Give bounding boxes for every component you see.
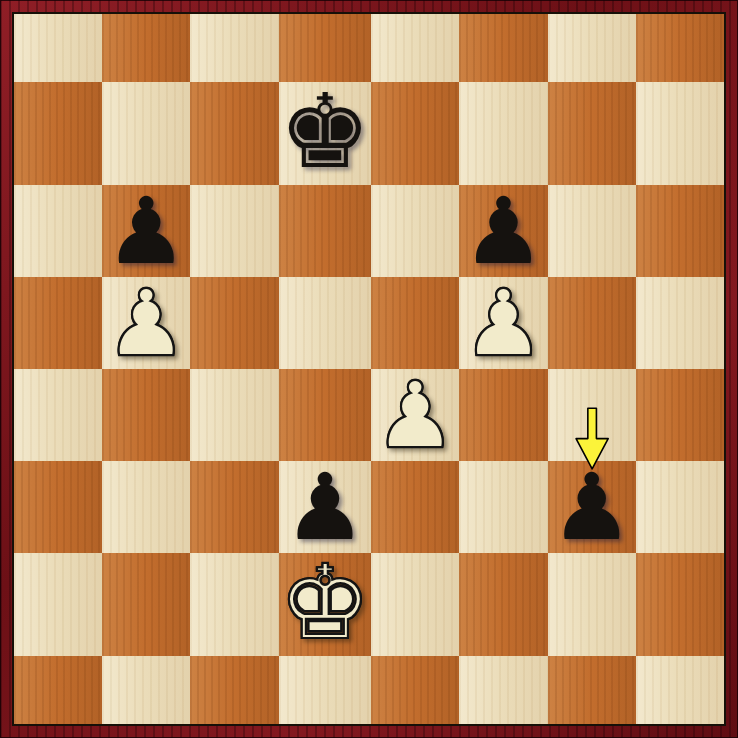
square-c2[interactable] (190, 553, 278, 656)
square-a5[interactable] (14, 277, 102, 369)
square-f2[interactable] (459, 553, 547, 656)
square-c8[interactable] (190, 14, 278, 82)
square-a4[interactable] (14, 369, 102, 461)
square-c6[interactable] (190, 185, 278, 277)
square-f7[interactable] (459, 82, 547, 185)
square-c7[interactable] (190, 82, 278, 185)
square-b6[interactable]: ♟ (102, 185, 190, 277)
square-g2[interactable] (548, 553, 636, 656)
square-e6[interactable] (371, 185, 459, 277)
white-pawn[interactable]: ♟ (105, 278, 187, 370)
square-f5[interactable]: ♟ (459, 277, 547, 369)
square-b8[interactable] (102, 14, 190, 82)
square-e1[interactable] (371, 656, 459, 724)
square-d5[interactable] (279, 277, 371, 369)
square-a2[interactable] (14, 553, 102, 656)
square-f3[interactable] (459, 461, 547, 553)
square-g6[interactable] (548, 185, 636, 277)
square-g8[interactable] (548, 14, 636, 82)
square-g7[interactable] (548, 82, 636, 185)
black-pawn[interactable]: ♟ (105, 186, 187, 278)
square-d2[interactable]: ♚ (279, 553, 371, 656)
square-g4[interactable] (548, 369, 636, 461)
black-pawn[interactable]: ♟ (550, 462, 632, 554)
square-e7[interactable] (371, 82, 459, 185)
white-pawn[interactable]: ♟ (462, 278, 544, 370)
square-g1[interactable] (548, 656, 636, 724)
square-c4[interactable] (190, 369, 278, 461)
square-e3[interactable] (371, 461, 459, 553)
black-pawn[interactable]: ♟ (284, 462, 366, 554)
black-pawn[interactable]: ♟ (462, 186, 544, 278)
square-f4[interactable] (459, 369, 547, 461)
square-h8[interactable] (636, 14, 724, 82)
square-h3[interactable] (636, 461, 724, 553)
white-king[interactable]: ♚ (279, 551, 371, 654)
square-h5[interactable] (636, 277, 724, 369)
square-b5[interactable]: ♟ (102, 277, 190, 369)
square-c3[interactable] (190, 461, 278, 553)
square-d4[interactable] (279, 369, 371, 461)
square-g3[interactable]: ♟ (548, 461, 636, 553)
square-e5[interactable] (371, 277, 459, 369)
square-h4[interactable] (636, 369, 724, 461)
square-h7[interactable] (636, 82, 724, 185)
square-b2[interactable] (102, 553, 190, 656)
square-d3[interactable]: ♟ (279, 461, 371, 553)
square-b7[interactable] (102, 82, 190, 185)
square-a6[interactable] (14, 185, 102, 277)
square-c1[interactable] (190, 656, 278, 724)
square-d6[interactable] (279, 185, 371, 277)
square-a8[interactable] (14, 14, 102, 82)
square-a1[interactable] (14, 656, 102, 724)
square-e2[interactable] (371, 553, 459, 656)
square-h6[interactable] (636, 185, 724, 277)
square-g5[interactable] (548, 277, 636, 369)
square-e4[interactable]: ♟ (371, 369, 459, 461)
square-b1[interactable] (102, 656, 190, 724)
square-b3[interactable] (102, 461, 190, 553)
square-c5[interactable] (190, 277, 278, 369)
square-f6[interactable]: ♟ (459, 185, 547, 277)
square-b4[interactable] (102, 369, 190, 461)
chess-app: ♚♟♟♟♟♟♟♟♚ (0, 0, 738, 738)
square-e8[interactable] (371, 14, 459, 82)
white-pawn[interactable]: ♟ (374, 370, 456, 462)
square-h2[interactable] (636, 553, 724, 656)
square-a7[interactable] (14, 82, 102, 185)
black-king[interactable]: ♚ (279, 80, 371, 183)
square-h1[interactable] (636, 656, 724, 724)
square-f1[interactable] (459, 656, 547, 724)
square-d1[interactable] (279, 656, 371, 724)
square-a3[interactable] (14, 461, 102, 553)
square-f8[interactable] (459, 14, 547, 82)
square-d7[interactable]: ♚ (279, 82, 371, 185)
chess-board: ♚♟♟♟♟♟♟♟♚ (12, 12, 726, 726)
